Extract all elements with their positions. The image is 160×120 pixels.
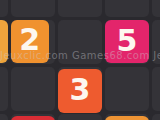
tile-partial[interactable]	[0, 20, 8, 63]
tile-2[interactable]: 2	[11, 20, 49, 63]
tile-partial[interactable]	[11, 116, 55, 120]
board-cell	[11, 0, 55, 17]
board-cell	[0, 67, 8, 111]
board-cell	[152, 67, 160, 111]
board-cell	[105, 0, 149, 17]
tile-partial[interactable]	[105, 116, 149, 120]
board-cell	[0, 114, 8, 120]
board-cell	[105, 67, 149, 111]
tile-number: 2	[19, 25, 40, 55]
board-cell	[11, 67, 55, 111]
tile-number: 3	[70, 75, 91, 105]
board-cell	[0, 0, 8, 17]
board-cell	[152, 114, 160, 120]
tile-number: 5	[117, 26, 138, 56]
board-cell	[58, 114, 102, 120]
board-cell	[152, 20, 160, 64]
game-board[interactable]: 253 Jeuxclic.com Games68.com Je	[0, 0, 160, 120]
tile-3[interactable]: 3	[58, 69, 102, 113]
tile-5[interactable]: 5	[105, 20, 149, 63]
board-cell	[58, 0, 102, 17]
board-cell	[58, 20, 102, 64]
board-cell	[152, 0, 160, 17]
